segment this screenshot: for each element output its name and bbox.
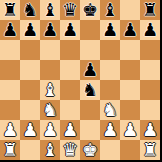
piece-black-king[interactable]: ♚ [82, 0, 98, 20]
square-b7[interactable]: ♟ [20, 20, 40, 40]
square-f6[interactable] [100, 40, 120, 60]
square-d1[interactable]: ♛ [60, 140, 80, 160]
square-g8[interactable] [120, 0, 140, 20]
square-b1[interactable] [20, 140, 40, 160]
square-a4[interactable] [0, 80, 20, 100]
square-e2[interactable] [80, 120, 100, 140]
square-h5[interactable] [140, 60, 160, 80]
square-f3[interactable]: ♞ [100, 100, 120, 120]
square-d4[interactable] [60, 80, 80, 100]
square-f8[interactable]: ♝ [100, 0, 120, 20]
piece-black-pawn[interactable]: ♟ [62, 20, 78, 40]
square-b8[interactable]: ♞ [20, 0, 40, 20]
piece-white-knight[interactable]: ♞ [42, 100, 58, 120]
square-c3[interactable]: ♞ [40, 100, 60, 120]
piece-white-bishop[interactable]: ♝ [42, 80, 58, 100]
square-b4[interactable] [20, 80, 40, 100]
piece-white-pawn[interactable]: ♟ [42, 120, 58, 140]
square-f1[interactable] [100, 140, 120, 160]
square-f7[interactable]: ♟ [100, 20, 120, 40]
chess-board: ♜♞♝♛♚♝♜♟♟♟♟♟♟♟♟♝♞♞♞♟♟♟♟♟♟♟♜♝♛♚♜ [0, 0, 162, 162]
square-e7[interactable] [80, 20, 100, 40]
square-g5[interactable] [120, 60, 140, 80]
square-h8[interactable]: ♜ [140, 0, 160, 20]
piece-black-pawn[interactable]: ♟ [2, 20, 18, 40]
square-h4[interactable] [140, 80, 160, 100]
square-g1[interactable] [120, 140, 140, 160]
piece-black-rook[interactable]: ♜ [2, 0, 18, 20]
square-c1[interactable]: ♝ [40, 140, 60, 160]
piece-white-rook[interactable]: ♜ [142, 140, 158, 160]
square-d3[interactable] [60, 100, 80, 120]
piece-white-bishop[interactable]: ♝ [42, 140, 58, 160]
square-e8[interactable]: ♚ [80, 0, 100, 20]
square-c6[interactable] [40, 40, 60, 60]
square-e3[interactable] [80, 100, 100, 120]
piece-black-bishop[interactable]: ♝ [102, 0, 118, 20]
square-b5[interactable] [20, 60, 40, 80]
piece-white-knight[interactable]: ♞ [102, 100, 118, 120]
piece-black-queen[interactable]: ♛ [62, 0, 78, 20]
piece-black-pawn[interactable]: ♟ [22, 20, 38, 40]
square-d6[interactable] [60, 40, 80, 60]
square-a5[interactable] [0, 60, 20, 80]
square-h1[interactable]: ♜ [140, 140, 160, 160]
square-b3[interactable] [20, 100, 40, 120]
square-c2[interactable]: ♟ [40, 120, 60, 140]
square-g4[interactable] [120, 80, 140, 100]
square-d7[interactable]: ♟ [60, 20, 80, 40]
piece-black-rook[interactable]: ♜ [142, 0, 158, 20]
piece-white-queen[interactable]: ♛ [62, 140, 78, 160]
square-f4[interactable] [100, 80, 120, 100]
piece-white-pawn[interactable]: ♟ [2, 120, 18, 140]
square-f2[interactable]: ♟ [100, 120, 120, 140]
piece-white-king[interactable]: ♚ [82, 140, 98, 160]
piece-black-pawn[interactable]: ♟ [142, 20, 158, 40]
square-a1[interactable]: ♜ [0, 140, 20, 160]
square-a7[interactable]: ♟ [0, 20, 20, 40]
piece-white-pawn[interactable]: ♟ [102, 120, 118, 140]
piece-black-pawn[interactable]: ♟ [102, 20, 118, 40]
piece-black-pawn[interactable]: ♟ [82, 60, 98, 80]
piece-black-pawn[interactable]: ♟ [42, 20, 58, 40]
piece-black-pawn[interactable]: ♟ [122, 20, 138, 40]
square-g7[interactable]: ♟ [120, 20, 140, 40]
piece-black-knight[interactable]: ♞ [82, 80, 98, 100]
square-d5[interactable] [60, 60, 80, 80]
square-b6[interactable] [20, 40, 40, 60]
square-d8[interactable]: ♛ [60, 0, 80, 20]
square-e4[interactable]: ♞ [80, 80, 100, 100]
square-d2[interactable]: ♟ [60, 120, 80, 140]
piece-white-rook[interactable]: ♜ [2, 140, 18, 160]
square-b2[interactable]: ♟ [20, 120, 40, 140]
square-h7[interactable]: ♟ [140, 20, 160, 40]
square-h6[interactable] [140, 40, 160, 60]
board-grid: ♜♞♝♛♚♝♜♟♟♟♟♟♟♟♟♝♞♞♞♟♟♟♟♟♟♟♜♝♛♚♜ [0, 0, 160, 160]
piece-white-pawn[interactable]: ♟ [22, 120, 38, 140]
piece-white-pawn[interactable]: ♟ [62, 120, 78, 140]
piece-black-bishop[interactable]: ♝ [42, 0, 58, 20]
square-a6[interactable] [0, 40, 20, 60]
piece-white-pawn[interactable]: ♟ [142, 120, 158, 140]
square-f5[interactable] [100, 60, 120, 80]
piece-white-pawn[interactable]: ♟ [122, 120, 138, 140]
square-a3[interactable] [0, 100, 20, 120]
square-e5[interactable]: ♟ [80, 60, 100, 80]
square-c8[interactable]: ♝ [40, 0, 60, 20]
square-c4[interactable]: ♝ [40, 80, 60, 100]
square-c7[interactable]: ♟ [40, 20, 60, 40]
square-h3[interactable] [140, 100, 160, 120]
square-e6[interactable] [80, 40, 100, 60]
square-g2[interactable]: ♟ [120, 120, 140, 140]
square-g6[interactable] [120, 40, 140, 60]
square-h2[interactable]: ♟ [140, 120, 160, 140]
square-g3[interactable] [120, 100, 140, 120]
square-a2[interactable]: ♟ [0, 120, 20, 140]
square-e1[interactable]: ♚ [80, 140, 100, 160]
piece-black-knight[interactable]: ♞ [22, 0, 38, 20]
square-c5[interactable] [40, 60, 60, 80]
square-a8[interactable]: ♜ [0, 0, 20, 20]
